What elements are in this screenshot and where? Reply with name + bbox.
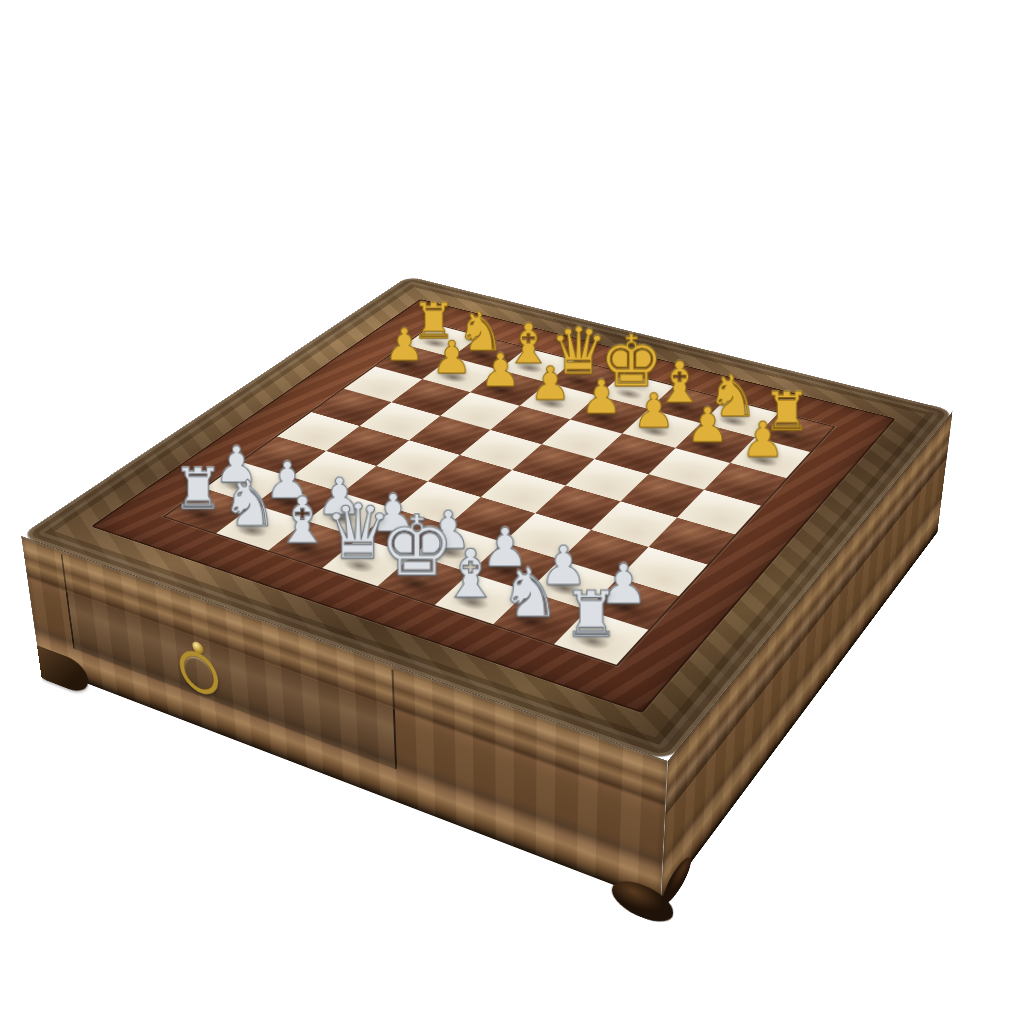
piece-gold-pawn-f7[interactable]: ♟ [624,387,683,435]
piece-gold-pawn-e7[interactable]: ♟ [572,374,630,421]
piece-gold-pawn-h7[interactable]: ♟ [733,416,794,465]
piece-silver-rook-h1[interactable]: ♜ [556,583,626,646]
chess-box: ♜♞♝♛♚♝♞♜♟♟♟♟♟♟♟♟♟♟♟♟♟♟♟♟♜♞♝♛♚♝♞♜ [21,277,953,761]
square-h1[interactable]: ♜ [554,610,648,665]
piece-silver-knight-g1[interactable]: ♞ [496,558,565,626]
piece-gold-pawn-c7[interactable]: ♟ [472,348,529,394]
square-h7[interactable]: ♟ [730,437,810,478]
piece-gold-pawn-d7[interactable]: ♟ [522,361,580,407]
square-f5[interactable] [566,459,649,501]
piece-gold-pawn-g7[interactable]: ♟ [678,401,738,449]
chess-board[interactable]: ♜♞♝♛♚♝♞♜♟♟♟♟♟♟♟♟♟♟♟♟♟♟♟♟♜♞♝♛♚♝♞♜ [165,324,833,664]
product-photo: ♜♞♝♛♚♝♞♜♟♟♟♟♟♟♟♟♟♟♟♟♟♟♟♟♜♞♝♛♚♝♞♜ [0,0,1024,1024]
